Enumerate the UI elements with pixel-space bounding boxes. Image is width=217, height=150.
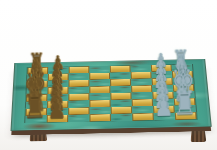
chess-board <box>11 59 212 131</box>
board-grid <box>25 64 197 123</box>
square <box>25 115 47 123</box>
square <box>89 114 110 122</box>
board-foot-right <box>190 129 206 142</box>
square <box>132 113 154 121</box>
scene: ♜♟♟♜♞♟♟♞♝♟♟♝♛♟♟♛♚♟♟♚♝♟♟♝♞♟♟♞♜♟♟♜ <box>0 0 217 150</box>
chess-set-photo: ♜♟♟♜♞♟♟♞♝♟♟♝♛♟♟♛♚♟♟♚♝♟♟♝♞♟♟♞♜♟♟♜ <box>0 0 217 150</box>
square <box>68 114 89 122</box>
square <box>111 114 133 122</box>
square <box>153 113 175 121</box>
square <box>175 112 197 120</box>
square <box>47 115 69 123</box>
